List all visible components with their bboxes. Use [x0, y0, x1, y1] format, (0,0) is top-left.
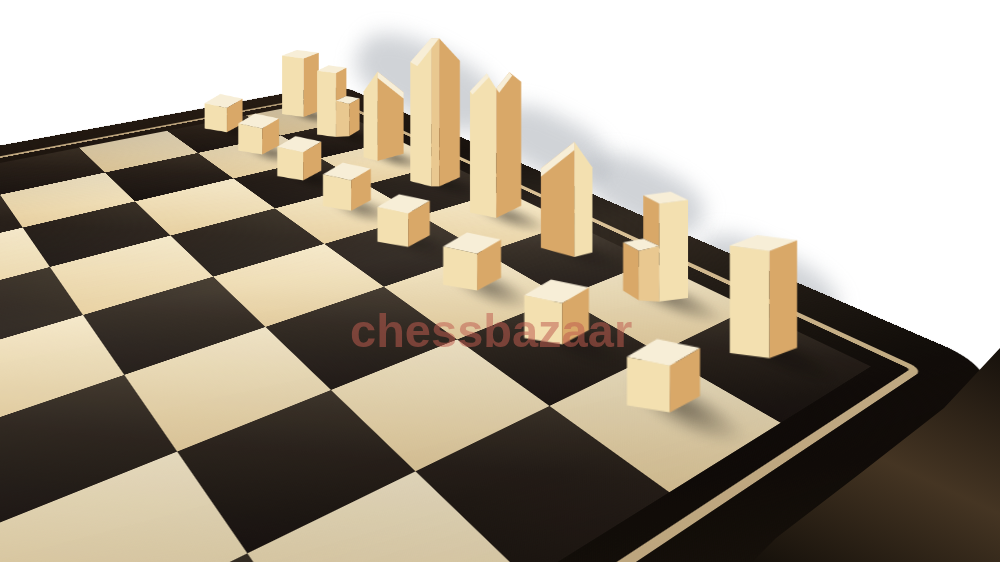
piece-white-pawn-d2	[375, 188, 432, 248]
piece-white-pawn-e2	[321, 157, 373, 212]
piece-white-knight-g1	[315, 59, 362, 138]
piece-white-pawn-c2	[441, 225, 504, 292]
piece-white-bishop-c1	[537, 134, 597, 257]
piece-white-queen-d1	[465, 67, 524, 220]
piece-white-knight-b1	[619, 182, 691, 303]
piece-white-bishop-f1	[360, 65, 406, 161]
piece-white-rook-a1	[725, 229, 801, 360]
watermark: chessbazaar	[350, 303, 632, 358]
piece-white-pawn-a2	[624, 330, 703, 414]
piece-white-king-e1	[406, 29, 464, 188]
piece-white-pawn-f2	[275, 131, 323, 182]
piece-white-pawn-g2	[236, 108, 280, 155]
scene	[0, 0, 1000, 562]
product-photo: chessbazaar	[0, 0, 1000, 562]
